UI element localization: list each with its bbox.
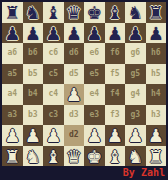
- square-b6[interactable]: b6: [23, 43, 44, 64]
- square-label: g3: [125, 105, 146, 126]
- square-label: h3: [146, 105, 167, 126]
- square-c8[interactable]: ♝: [43, 2, 64, 23]
- square-a7[interactable]: ♟: [2, 23, 23, 44]
- piece-white-pawn: ♟: [2, 125, 23, 146]
- piece-white-knight: ♞: [23, 146, 44, 167]
- square-label: f6: [105, 43, 126, 64]
- piece-white-king: ♚: [84, 146, 105, 167]
- square-g6[interactable]: g6: [125, 43, 146, 64]
- square-b7[interactable]: ♟: [23, 23, 44, 44]
- square-e2[interactable]: ♟: [84, 125, 105, 146]
- piece-white-queen: ♛: [64, 146, 85, 167]
- square-h1[interactable]: ♜: [146, 146, 167, 167]
- piece-black-bishop: ♝: [105, 2, 126, 23]
- square-a1[interactable]: ♜: [2, 146, 23, 167]
- square-g8[interactable]: ♞: [125, 2, 146, 23]
- square-h6[interactable]: h6: [146, 43, 167, 64]
- square-g3[interactable]: g3: [125, 105, 146, 126]
- square-label: e4: [84, 84, 105, 105]
- square-label: a5: [2, 64, 23, 85]
- square-c1[interactable]: ♝: [43, 146, 64, 167]
- square-b8[interactable]: ♞: [23, 2, 44, 23]
- square-a6[interactable]: a6: [2, 43, 23, 64]
- square-label: f3: [105, 105, 126, 126]
- square-d8[interactable]: ♛: [64, 2, 85, 23]
- square-a2[interactable]: ♟: [2, 125, 23, 146]
- piece-white-pawn: ♟: [105, 125, 126, 146]
- square-d1[interactable]: ♛: [64, 146, 85, 167]
- piece-white-pawn: ♟: [23, 125, 44, 146]
- square-label: c6: [43, 43, 64, 64]
- piece-white-bishop: ♝: [43, 146, 64, 167]
- square-a5[interactable]: a5: [2, 64, 23, 85]
- piece-white-pawn: ♟: [84, 125, 105, 146]
- piece-black-pawn: ♟: [23, 23, 44, 44]
- square-label: b6: [23, 43, 44, 64]
- piece-black-knight: ♞: [125, 2, 146, 23]
- chess-app-window: ♜♞♝♛♚♝♞♜♟♟♟♟♟♟♟♟a6b6c6d6e6f6g6h6a5b5c5d5…: [0, 0, 168, 180]
- square-b1[interactable]: ♞: [23, 146, 44, 167]
- square-c5[interactable]: c5: [43, 64, 64, 85]
- square-label: e6: [84, 43, 105, 64]
- chess-board: ♜♞♝♛♚♝♞♜♟♟♟♟♟♟♟♟a6b6c6d6e6f6g6h6a5b5c5d5…: [2, 2, 166, 166]
- square-label: g4: [125, 84, 146, 105]
- square-label: e3: [84, 105, 105, 126]
- piece-white-knight: ♞: [125, 146, 146, 167]
- square-b2[interactable]: ♟: [23, 125, 44, 146]
- square-c6[interactable]: c6: [43, 43, 64, 64]
- square-label: d3: [64, 105, 85, 126]
- square-g2[interactable]: ♟: [125, 125, 146, 146]
- square-label: a6: [2, 43, 23, 64]
- square-f4[interactable]: f4: [105, 84, 126, 105]
- square-c4[interactable]: c4: [43, 84, 64, 105]
- square-h4[interactable]: h4: [146, 84, 167, 105]
- piece-white-pawn: ♟: [64, 84, 85, 105]
- square-e8[interactable]: ♚: [84, 2, 105, 23]
- square-e3[interactable]: e3: [84, 105, 105, 126]
- credit-text: By Zahl: [123, 167, 165, 178]
- square-d7[interactable]: ♟: [64, 23, 85, 44]
- square-label: b5: [23, 64, 44, 85]
- piece-black-pawn: ♟: [2, 23, 23, 44]
- square-label: b4: [23, 84, 44, 105]
- square-label: a3: [2, 105, 23, 126]
- piece-white-pawn: ♟: [146, 125, 167, 146]
- square-label: e5: [84, 64, 105, 85]
- square-h3[interactable]: h3: [146, 105, 167, 126]
- square-a4[interactable]: a4: [2, 84, 23, 105]
- piece-black-king: ♚: [84, 2, 105, 23]
- piece-white-pawn: ♟: [125, 125, 146, 146]
- square-e6[interactable]: e6: [84, 43, 105, 64]
- square-f6[interactable]: f6: [105, 43, 126, 64]
- square-d4[interactable]: ♟: [64, 84, 85, 105]
- square-g7[interactable]: ♟: [125, 23, 146, 44]
- square-label: d6: [64, 43, 85, 64]
- square-f7[interactable]: ♟: [105, 23, 126, 44]
- piece-white-pawn: ♟: [43, 125, 64, 146]
- square-f3[interactable]: f3: [105, 105, 126, 126]
- square-c7[interactable]: ♟: [43, 23, 64, 44]
- square-g1[interactable]: ♞: [125, 146, 146, 167]
- square-label: c3: [43, 105, 64, 126]
- piece-white-rook: ♜: [146, 146, 167, 167]
- square-label: g6: [125, 43, 146, 64]
- square-d6[interactable]: d6: [64, 43, 85, 64]
- square-label: h6: [146, 43, 167, 64]
- square-c2[interactable]: ♟: [43, 125, 64, 146]
- piece-black-pawn: ♟: [105, 23, 126, 44]
- square-b3[interactable]: b3: [23, 105, 44, 126]
- piece-black-queen: ♛: [64, 2, 85, 23]
- square-g5[interactable]: g5: [125, 64, 146, 85]
- piece-black-pawn: ♟: [125, 23, 146, 44]
- credit-bar: By Zahl: [0, 166, 168, 180]
- square-label: a4: [2, 84, 23, 105]
- square-a8[interactable]: ♜: [2, 2, 23, 23]
- square-a3[interactable]: a3: [2, 105, 23, 126]
- square-h2[interactable]: ♟: [146, 125, 167, 146]
- square-label: f5: [105, 64, 126, 85]
- square-label: g5: [125, 64, 146, 85]
- square-label: b3: [23, 105, 44, 126]
- square-f5[interactable]: f5: [105, 64, 126, 85]
- square-d5[interactable]: d5: [64, 64, 85, 85]
- piece-black-pawn: ♟: [84, 23, 105, 44]
- square-c3[interactable]: c3: [43, 105, 64, 126]
- square-label: h5: [146, 64, 167, 85]
- square-label: c5: [43, 64, 64, 85]
- square-label: c4: [43, 84, 64, 105]
- piece-black-knight: ♞: [23, 2, 44, 23]
- square-d3[interactable]: d3: [64, 105, 85, 126]
- square-b4[interactable]: b4: [23, 84, 44, 105]
- square-e4[interactable]: e4: [84, 84, 105, 105]
- square-label: d5: [64, 64, 85, 85]
- piece-black-bishop: ♝: [43, 2, 64, 23]
- square-label: f4: [105, 84, 126, 105]
- square-f8[interactable]: ♝: [105, 2, 126, 23]
- square-e5[interactable]: e5: [84, 64, 105, 85]
- square-d2[interactable]: d2: [64, 125, 85, 146]
- piece-black-pawn: ♟: [146, 23, 167, 44]
- square-h7[interactable]: ♟: [146, 23, 167, 44]
- square-h8[interactable]: ♜: [146, 2, 167, 23]
- piece-white-bishop: ♝: [105, 146, 126, 167]
- square-b5[interactable]: b5: [23, 64, 44, 85]
- piece-black-rook: ♜: [146, 2, 167, 23]
- square-g4[interactable]: g4: [125, 84, 146, 105]
- square-e1[interactable]: ♚: [84, 146, 105, 167]
- square-e7[interactable]: ♟: [84, 23, 105, 44]
- piece-black-pawn: ♟: [43, 23, 64, 44]
- piece-black-pawn: ♟: [64, 23, 85, 44]
- square-f2[interactable]: ♟: [105, 125, 126, 146]
- square-h5[interactable]: h5: [146, 64, 167, 85]
- piece-black-rook: ♜: [2, 2, 23, 23]
- square-label: d2: [64, 125, 85, 146]
- square-label: h4: [146, 84, 167, 105]
- square-f1[interactable]: ♝: [105, 146, 126, 167]
- piece-white-rook: ♜: [2, 146, 23, 167]
